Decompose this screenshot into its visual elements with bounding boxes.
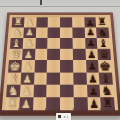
square-c7[interactable]: ♟ <box>85 38 98 49</box>
square-e4[interactable] <box>47 60 60 73</box>
square-f7[interactable]: ♟ <box>86 73 100 85</box>
square-f5[interactable] <box>60 73 73 85</box>
square-e3[interactable] <box>34 60 47 73</box>
piece-bP: ♟ <box>88 73 98 84</box>
piece-bP: ♟ <box>86 38 96 47</box>
piece-wP: ♟ <box>24 38 34 47</box>
square-c2[interactable]: ♟ <box>22 38 35 49</box>
background-seam <box>0 6 120 7</box>
brand-label <box>56 113 71 120</box>
square-d7[interactable]: ♟ <box>85 48 98 60</box>
piece-wP: ♟ <box>25 27 34 36</box>
square-b6[interactable] <box>72 27 85 37</box>
square-f4[interactable] <box>47 73 60 85</box>
chessboard-photo: ♜♟♟♜♞♟♟♞♝♟♟♝♛♟♟♛♚♟♟♚♝♟♟♝♞♟♟♞♜♟♟♜ <box>0 0 120 120</box>
piece-wP: ♟ <box>21 97 32 108</box>
brand-logo-icon <box>58 115 61 118</box>
piece-bP: ♟ <box>85 17 94 26</box>
square-b3[interactable] <box>35 27 48 37</box>
chess-board: ♜♟♟♜♞♟♟♞♝♟♟♝♛♟♟♛♚♟♟♚♝♟♟♝♞♟♟♞♜♟♟♜ <box>0 12 120 115</box>
square-d3[interactable] <box>35 48 48 60</box>
square-e5[interactable] <box>60 60 73 73</box>
piece-bP: ♟ <box>89 97 100 108</box>
piece-bP: ♟ <box>87 61 97 71</box>
square-e7[interactable]: ♟ <box>86 60 99 73</box>
square-e2[interactable]: ♟ <box>21 60 34 73</box>
square-c4[interactable] <box>47 38 60 49</box>
piece-wP: ♟ <box>25 17 34 26</box>
square-g4[interactable] <box>47 85 60 98</box>
square-f3[interactable] <box>34 73 47 85</box>
piece-wP: ♟ <box>23 49 33 59</box>
square-f6[interactable] <box>73 73 86 85</box>
piece-wP: ♟ <box>22 73 32 84</box>
square-g5[interactable] <box>60 85 73 98</box>
square-d2[interactable]: ♟ <box>22 48 35 60</box>
square-c5[interactable] <box>60 38 73 49</box>
square-d4[interactable] <box>47 48 60 60</box>
square-c3[interactable] <box>35 38 48 49</box>
piece-wP: ♟ <box>23 61 33 71</box>
square-e6[interactable] <box>73 60 86 73</box>
square-b5[interactable] <box>60 27 72 37</box>
square-a3[interactable] <box>36 17 48 27</box>
piece-bP: ♟ <box>86 27 95 36</box>
piece-wP: ♟ <box>21 85 31 96</box>
square-c6[interactable] <box>72 38 85 49</box>
square-a4[interactable] <box>48 17 60 27</box>
square-a5[interactable] <box>60 17 72 27</box>
coordinate-ticks <box>5 108 115 110</box>
piece-bP: ♟ <box>88 85 98 96</box>
board-maple-border: ♜♟♟♜♞♟♟♞♝♟♟♝♛♟♟♛♚♟♟♚♝♟♟♝♞♟♟♞♜♟♟♜ <box>2 15 118 110</box>
piece-bP: ♟ <box>87 49 97 59</box>
square-b4[interactable] <box>48 27 60 37</box>
board-grid: ♜♟♟♜♞♟♟♞♝♟♟♝♛♟♟♛♚♟♟♚♝♟♟♝♞♟♟♞♜♟♟♜ <box>5 17 114 107</box>
square-f2[interactable]: ♟ <box>20 73 34 85</box>
square-a6[interactable] <box>72 17 84 27</box>
background-mark <box>40 0 42 5</box>
square-d6[interactable] <box>73 48 86 60</box>
square-g3[interactable] <box>33 85 47 98</box>
board-frame: ♜♟♟♜♞♟♟♞♝♟♟♝♛♟♟♛♚♟♟♚♝♟♟♝♞♟♟♞♜♟♟♜ <box>0 12 120 115</box>
square-g6[interactable] <box>73 85 87 98</box>
square-d5[interactable] <box>60 48 73 60</box>
